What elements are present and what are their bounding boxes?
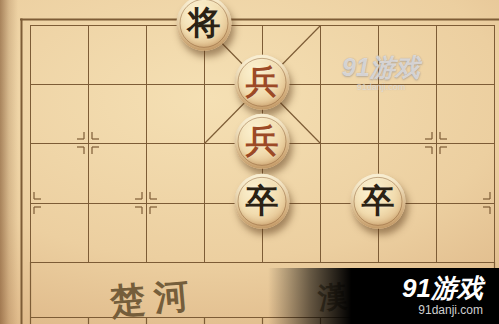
board-cell bbox=[437, 144, 495, 204]
piece-glyph: 卒 bbox=[246, 185, 279, 218]
board-cell bbox=[147, 144, 205, 204]
watermark-bottom-logo: 91游戏 bbox=[402, 275, 483, 301]
piece-glyph: 兵 bbox=[246, 125, 279, 158]
piece-glyph: 卒 bbox=[362, 185, 395, 218]
board-cell bbox=[89, 144, 147, 204]
board-cell bbox=[89, 26, 147, 85]
piece-black-soldier-1[interactable]: 卒 bbox=[235, 174, 290, 229]
piece-red-soldier-1[interactable]: 兵 bbox=[235, 55, 290, 110]
piece-red-soldier-2[interactable]: 兵 bbox=[235, 114, 290, 169]
board-cell bbox=[437, 26, 495, 85]
watermark-bottom-bar: 91游戏 91danji.com bbox=[268, 268, 499, 324]
board-cell bbox=[147, 85, 205, 144]
board-cell bbox=[321, 85, 379, 144]
board-cell bbox=[437, 204, 495, 263]
board-cell bbox=[379, 26, 437, 85]
piece-black-soldier-2[interactable]: 卒 bbox=[351, 174, 406, 229]
board-cell bbox=[31, 204, 89, 263]
xiangqi-board[interactable]: 楚河 漢 将兵兵卒卒 91游戏 91danji.com 91游戏 91danji… bbox=[0, 0, 499, 324]
river-label-chu: 楚河 bbox=[109, 277, 200, 320]
watermark-bottom-domain: 91danji.com bbox=[418, 303, 483, 317]
board-cell bbox=[89, 204, 147, 263]
piece-glyph: 兵 bbox=[246, 66, 279, 99]
board-cell bbox=[31, 144, 89, 204]
board-cell bbox=[437, 85, 495, 144]
piece-glyph: 将 bbox=[188, 7, 221, 40]
board-cell bbox=[31, 26, 89, 85]
board-cell bbox=[379, 85, 437, 144]
board-cell bbox=[89, 85, 147, 144]
board-cell bbox=[321, 26, 379, 85]
board-cell bbox=[147, 204, 205, 263]
board-cell bbox=[31, 85, 89, 144]
